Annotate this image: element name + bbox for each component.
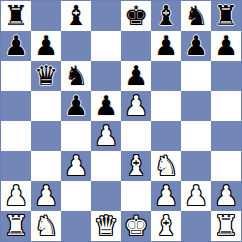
square-c6[interactable]: ♞ <box>61 61 91 91</box>
black-rook-piece: ♜ <box>4 1 28 31</box>
black-bishop-piece: ♝ <box>154 1 178 31</box>
white-pawn-piece: ♟ <box>94 121 118 151</box>
white-knight-piece: ♞ <box>154 151 178 181</box>
square-h6[interactable] <box>211 61 241 91</box>
square-d2[interactable] <box>91 181 121 211</box>
square-a2[interactable]: ♟ <box>1 181 31 211</box>
square-g8[interactable]: ♞ <box>181 1 211 31</box>
square-g3[interactable] <box>181 151 211 181</box>
square-e5[interactable]: ♟ <box>121 91 151 121</box>
square-h8[interactable]: ♜ <box>211 1 241 31</box>
square-g1[interactable] <box>181 211 211 241</box>
white-pawn-piece: ♟ <box>4 181 28 211</box>
square-g7[interactable]: ♟ <box>181 31 211 61</box>
black-queen-piece: ♛ <box>34 61 58 91</box>
square-h4[interactable] <box>211 121 241 151</box>
square-c4[interactable] <box>61 121 91 151</box>
white-king-piece: ♚ <box>124 211 148 241</box>
square-d6[interactable] <box>91 61 121 91</box>
square-a8[interactable]: ♜ <box>1 1 31 31</box>
square-e7[interactable] <box>121 31 151 61</box>
square-b7[interactable]: ♟ <box>31 31 61 61</box>
square-a6[interactable] <box>1 61 31 91</box>
square-g2[interactable]: ♟ <box>181 181 211 211</box>
square-f5[interactable] <box>151 91 181 121</box>
square-c2[interactable] <box>61 181 91 211</box>
square-h7[interactable]: ♟ <box>211 31 241 61</box>
white-pawn-piece: ♟ <box>154 181 178 211</box>
square-c8[interactable]: ♝ <box>61 1 91 31</box>
square-e1[interactable]: ♚ <box>121 211 151 241</box>
white-bishop-piece: ♝ <box>124 151 148 181</box>
square-h1[interactable]: ♜ <box>211 211 241 241</box>
square-b4[interactable] <box>31 121 61 151</box>
square-d7[interactable] <box>91 31 121 61</box>
black-bishop-piece: ♝ <box>64 1 88 31</box>
square-b1[interactable]: ♞ <box>31 211 61 241</box>
square-c1[interactable] <box>61 211 91 241</box>
square-d1[interactable]: ♛ <box>91 211 121 241</box>
white-pawn-piece: ♟ <box>64 151 88 181</box>
square-g5[interactable] <box>181 91 211 121</box>
black-pawn-piece: ♟ <box>124 61 148 91</box>
black-knight-piece: ♞ <box>184 1 208 31</box>
black-pawn-piece: ♟ <box>34 31 58 61</box>
square-b6[interactable]: ♛ <box>31 61 61 91</box>
chess-board-grid: ♜♝♚♝♞♜♟♟♟♟♟♛♞♟♟♟♟♟♟♝♞♟♟♟♟♟♜♞♛♚♝♜ <box>1 1 241 241</box>
square-e3[interactable]: ♝ <box>121 151 151 181</box>
square-e4[interactable] <box>121 121 151 151</box>
square-a7[interactable]: ♟ <box>1 31 31 61</box>
white-pawn-piece: ♟ <box>34 181 58 211</box>
black-rook-piece: ♜ <box>214 1 238 31</box>
black-pawn-piece: ♟ <box>4 31 28 61</box>
square-e8[interactable]: ♚ <box>121 1 151 31</box>
white-bishop-piece: ♝ <box>154 211 178 241</box>
square-f3[interactable]: ♞ <box>151 151 181 181</box>
square-a5[interactable] <box>1 91 31 121</box>
square-f2[interactable]: ♟ <box>151 181 181 211</box>
square-h2[interactable]: ♟ <box>211 181 241 211</box>
square-f8[interactable]: ♝ <box>151 1 181 31</box>
square-h5[interactable] <box>211 91 241 121</box>
square-g4[interactable] <box>181 121 211 151</box>
square-c3[interactable]: ♟ <box>61 151 91 181</box>
square-d8[interactable] <box>91 1 121 31</box>
black-knight-piece: ♞ <box>64 61 88 91</box>
white-pawn-piece: ♟ <box>214 181 238 211</box>
square-d4[interactable]: ♟ <box>91 121 121 151</box>
white-queen-piece: ♛ <box>94 211 118 241</box>
square-e6[interactable]: ♟ <box>121 61 151 91</box>
square-b2[interactable]: ♟ <box>31 181 61 211</box>
chess-board: ♜♝♚♝♞♜♟♟♟♟♟♛♞♟♟♟♟♟♟♝♞♟♟♟♟♟♜♞♛♚♝♜ <box>0 0 242 242</box>
black-pawn-piece: ♟ <box>214 31 238 61</box>
square-f4[interactable] <box>151 121 181 151</box>
square-f6[interactable] <box>151 61 181 91</box>
square-f1[interactable]: ♝ <box>151 211 181 241</box>
square-h3[interactable] <box>211 151 241 181</box>
white-pawn-piece: ♟ <box>124 91 148 121</box>
white-knight-piece: ♞ <box>34 211 58 241</box>
white-rook-piece: ♜ <box>4 211 28 241</box>
square-b5[interactable] <box>31 91 61 121</box>
square-f7[interactable]: ♟ <box>151 31 181 61</box>
black-pawn-piece: ♟ <box>64 91 88 121</box>
black-pawn-piece: ♟ <box>154 31 178 61</box>
square-b8[interactable] <box>31 1 61 31</box>
square-g6[interactable] <box>181 61 211 91</box>
square-a4[interactable] <box>1 121 31 151</box>
white-rook-piece: ♜ <box>214 211 238 241</box>
square-d3[interactable] <box>91 151 121 181</box>
black-pawn-piece: ♟ <box>184 31 208 61</box>
square-e2[interactable] <box>121 181 151 211</box>
square-a3[interactable] <box>1 151 31 181</box>
square-b3[interactable] <box>31 151 61 181</box>
white-pawn-piece: ♟ <box>184 181 208 211</box>
square-d5[interactable]: ♟ <box>91 91 121 121</box>
square-c7[interactable] <box>61 31 91 61</box>
square-a1[interactable]: ♜ <box>1 211 31 241</box>
black-pawn-piece: ♟ <box>94 91 118 121</box>
square-c5[interactable]: ♟ <box>61 91 91 121</box>
black-king-piece: ♚ <box>124 1 148 31</box>
